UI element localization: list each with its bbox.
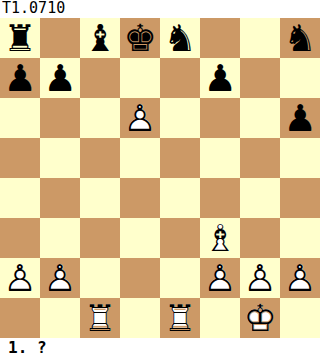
square-f7[interactable]: ♟: [200, 58, 240, 98]
piece-white-pawn: ♙: [240, 258, 280, 298]
white-rook-fill: ♜: [160, 298, 200, 338]
square-d4[interactable]: [120, 178, 160, 218]
square-e8[interactable]: ♞: [160, 18, 200, 58]
piece-black-pawn: ♟: [0, 58, 40, 98]
square-e1[interactable]: ♜♖: [160, 298, 200, 338]
square-f6[interactable]: [200, 98, 240, 138]
chess-board: ♜♝♚♞♞♟♟♟♟♙♟♝♗♟♙♟♙♟♙♟♙♟♙♜♖♜♖♚♔: [0, 18, 320, 338]
square-f3[interactable]: ♝♗: [200, 218, 240, 258]
square-d7[interactable]: [120, 58, 160, 98]
square-e5[interactable]: [160, 138, 200, 178]
piece-white-pawn: ♙: [120, 98, 160, 138]
piece-black-knight: ♞: [160, 18, 200, 58]
square-g7[interactable]: [240, 58, 280, 98]
white-pawn-fill: ♟: [120, 98, 160, 138]
square-h6[interactable]: ♟: [280, 98, 320, 138]
square-g3[interactable]: [240, 218, 280, 258]
square-b8[interactable]: [40, 18, 80, 58]
piece-white-rook: ♖: [160, 298, 200, 338]
square-b1[interactable]: [40, 298, 80, 338]
square-e4[interactable]: [160, 178, 200, 218]
white-bishop-fill: ♝: [200, 218, 240, 258]
square-h5[interactable]: [280, 138, 320, 178]
piece-white-pawn: ♙: [200, 258, 240, 298]
square-c2[interactable]: [80, 258, 120, 298]
square-g5[interactable]: [240, 138, 280, 178]
square-h8[interactable]: ♞: [280, 18, 320, 58]
piece-white-rook: ♖: [80, 298, 120, 338]
square-a1[interactable]: [0, 298, 40, 338]
square-h3[interactable]: [280, 218, 320, 258]
move-prompt: 1. ?: [0, 338, 320, 360]
piece-white-bishop: ♗: [200, 218, 240, 258]
piece-black-bishop: ♝: [80, 18, 120, 58]
square-c6[interactable]: [80, 98, 120, 138]
puzzle-id: T1.0710: [0, 0, 320, 18]
white-pawn-fill: ♟: [40, 258, 80, 298]
white-pawn-fill: ♟: [240, 258, 280, 298]
piece-black-king: ♚: [120, 18, 160, 58]
square-a3[interactable]: [0, 218, 40, 258]
piece-white-pawn: ♙: [280, 258, 320, 298]
square-h7[interactable]: [280, 58, 320, 98]
square-a8[interactable]: ♜: [0, 18, 40, 58]
piece-black-pawn: ♟: [40, 58, 80, 98]
square-f4[interactable]: [200, 178, 240, 218]
square-d1[interactable]: [120, 298, 160, 338]
square-b7[interactable]: ♟: [40, 58, 80, 98]
piece-white-king: ♔: [240, 298, 280, 338]
square-b2[interactable]: ♟♙: [40, 258, 80, 298]
square-f8[interactable]: [200, 18, 240, 58]
white-rook-fill: ♜: [80, 298, 120, 338]
square-g4[interactable]: [240, 178, 280, 218]
square-b4[interactable]: [40, 178, 80, 218]
piece-white-pawn: ♙: [40, 258, 80, 298]
square-g8[interactable]: [240, 18, 280, 58]
square-c3[interactable]: [80, 218, 120, 258]
square-b5[interactable]: [40, 138, 80, 178]
square-g6[interactable]: [240, 98, 280, 138]
square-h1[interactable]: [280, 298, 320, 338]
piece-black-rook: ♜: [0, 18, 40, 58]
square-f1[interactable]: [200, 298, 240, 338]
square-f2[interactable]: ♟♙: [200, 258, 240, 298]
piece-black-pawn: ♟: [280, 98, 320, 138]
square-a5[interactable]: [0, 138, 40, 178]
square-a2[interactable]: ♟♙: [0, 258, 40, 298]
square-d6[interactable]: ♟♙: [120, 98, 160, 138]
square-d2[interactable]: [120, 258, 160, 298]
square-d3[interactable]: [120, 218, 160, 258]
square-c7[interactable]: [80, 58, 120, 98]
square-g1[interactable]: ♚♔: [240, 298, 280, 338]
square-e3[interactable]: [160, 218, 200, 258]
square-b6[interactable]: [40, 98, 80, 138]
square-b3[interactable]: [40, 218, 80, 258]
square-c4[interactable]: [80, 178, 120, 218]
square-g2[interactable]: ♟♙: [240, 258, 280, 298]
white-pawn-fill: ♟: [200, 258, 240, 298]
square-f5[interactable]: [200, 138, 240, 178]
square-c5[interactable]: [80, 138, 120, 178]
square-d5[interactable]: [120, 138, 160, 178]
square-c8[interactable]: ♝: [80, 18, 120, 58]
square-e6[interactable]: [160, 98, 200, 138]
square-d8[interactable]: ♚: [120, 18, 160, 58]
square-e7[interactable]: [160, 58, 200, 98]
piece-black-knight: ♞: [280, 18, 320, 58]
piece-white-pawn: ♙: [0, 258, 40, 298]
square-h4[interactable]: [280, 178, 320, 218]
square-e2[interactable]: [160, 258, 200, 298]
square-a7[interactable]: ♟: [0, 58, 40, 98]
white-king-fill: ♚: [240, 298, 280, 338]
square-a4[interactable]: [0, 178, 40, 218]
square-c1[interactable]: ♜♖: [80, 298, 120, 338]
white-pawn-fill: ♟: [280, 258, 320, 298]
square-a6[interactable]: [0, 98, 40, 138]
square-h2[interactable]: ♟♙: [280, 258, 320, 298]
white-pawn-fill: ♟: [0, 258, 40, 298]
piece-black-pawn: ♟: [200, 58, 240, 98]
